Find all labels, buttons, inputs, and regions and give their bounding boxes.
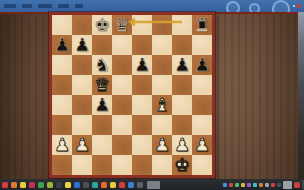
square-g2[interactable]: ♟	[172, 135, 192, 155]
piece-black-pawn[interactable]: ♟	[52, 35, 72, 55]
piece-black-pawn[interactable]: ♟	[192, 55, 212, 75]
square-e1[interactable]	[132, 155, 152, 175]
app-icon-7[interactable]	[56, 182, 62, 188]
piece-white-king[interactable]: ♚	[172, 155, 192, 175]
square-a3[interactable]	[52, 115, 72, 135]
tray-icon-8[interactable]	[265, 183, 269, 187]
app-icon-2[interactable]	[11, 182, 17, 188]
notification-dot-icon[interactable]	[297, 4, 301, 8]
square-f3[interactable]	[152, 115, 172, 135]
page-edge-strip	[298, 12, 304, 179]
tray-icon-1[interactable]	[223, 183, 227, 187]
app-icon-9[interactable]	[74, 182, 80, 188]
square-a6[interactable]	[52, 55, 72, 75]
square-c3[interactable]	[92, 115, 112, 135]
square-f8[interactable]	[152, 15, 172, 35]
square-f6[interactable]	[152, 55, 172, 75]
piece-white-pawn[interactable]: ♟	[172, 135, 192, 155]
app-icon-12[interactable]	[101, 182, 107, 188]
square-h4[interactable]	[192, 95, 212, 115]
square-e3[interactable]	[132, 115, 152, 135]
square-d2[interactable]	[112, 135, 132, 155]
square-f4[interactable]: ♝	[152, 95, 172, 115]
square-e5[interactable]	[132, 75, 152, 95]
square-h8[interactable]: ♜	[192, 15, 212, 35]
piece-black-pawn[interactable]: ♟	[132, 55, 152, 75]
square-c4[interactable]: ♟	[92, 95, 112, 115]
square-f5[interactable]	[152, 75, 172, 95]
square-g1[interactable]: ♚	[172, 155, 192, 175]
square-e7[interactable]	[132, 35, 152, 55]
piece-black-rook[interactable]: ♜	[192, 15, 212, 35]
square-g6[interactable]: ♟	[172, 55, 192, 75]
app-icon-10[interactable]	[83, 182, 89, 188]
tray-red-icon[interactable]	[294, 182, 300, 188]
tray-icon-10[interactable]	[277, 183, 281, 187]
app-icon-13[interactable]	[110, 182, 116, 188]
tray-icon-4[interactable]	[241, 183, 245, 187]
board-grid: ♚♛♜♟♟♞♟♟♟♛♟♝♟♟♟♟♟♚	[52, 15, 212, 175]
piece-white-bishop[interactable]: ♝	[152, 95, 172, 115]
square-a2[interactable]: ♟	[52, 135, 72, 155]
square-h5[interactable]	[192, 75, 212, 95]
screenshot-root: ♚♛♜♟♟♞♟♟♟♛♟♝♟♟♟♟♟♚	[0, 0, 304, 190]
square-b6[interactable]	[72, 55, 92, 75]
square-g8[interactable]	[172, 15, 192, 35]
system-tray	[223, 183, 281, 187]
app-icon-8[interactable]	[65, 182, 71, 188]
tray-icon-9[interactable]	[271, 183, 275, 187]
piece-black-knight[interactable]: ♞	[92, 55, 112, 75]
square-g5[interactable]	[172, 75, 192, 95]
app-icon-16[interactable]	[137, 182, 143, 188]
app-icon-11[interactable]	[92, 182, 98, 188]
square-f7[interactable]	[152, 35, 172, 55]
app-icon-3[interactable]	[20, 182, 26, 188]
square-h1[interactable]	[192, 155, 212, 175]
show-desktop-button[interactable]	[302, 180, 304, 189]
square-f1[interactable]	[152, 155, 172, 175]
square-b5[interactable]	[72, 75, 92, 95]
square-d4[interactable]	[112, 95, 132, 115]
piece-black-pawn[interactable]: ♟	[92, 95, 112, 115]
browser-top-bar	[0, 0, 304, 12]
square-b7[interactable]: ♟	[72, 35, 92, 55]
square-c8[interactable]: ♚	[92, 15, 112, 35]
square-b3[interactable]	[72, 115, 92, 135]
square-d5[interactable]	[112, 75, 132, 95]
browser-menu	[4, 4, 83, 8]
piece-black-queen[interactable]: ♛	[112, 15, 132, 35]
app-icon-1[interactable]	[2, 182, 8, 188]
tray-icon-5[interactable]	[247, 183, 251, 187]
square-g4[interactable]	[172, 95, 192, 115]
piece-white-pawn[interactable]: ♟	[152, 135, 172, 155]
header-graphic-circle-3	[272, 0, 290, 12]
tray-icon-6[interactable]	[253, 183, 257, 187]
square-e8[interactable]	[132, 15, 152, 35]
window-preview-tile[interactable]	[147, 181, 160, 189]
menu-item-1[interactable]	[4, 4, 16, 8]
square-c1[interactable]	[92, 155, 112, 175]
square-b4[interactable]	[72, 95, 92, 115]
piece-white-pawn[interactable]: ♟	[192, 135, 212, 155]
square-e6[interactable]: ♟	[132, 55, 152, 75]
square-a4[interactable]	[52, 95, 72, 115]
piece-black-pawn[interactable]: ♟	[72, 35, 92, 55]
tray-icon-3[interactable]	[235, 183, 239, 187]
square-c2[interactable]	[92, 135, 112, 155]
piece-white-queen[interactable]: ♛	[92, 75, 112, 95]
square-b2[interactable]: ♟	[72, 135, 92, 155]
app-icon-4[interactable]	[29, 182, 35, 188]
square-h6[interactable]: ♟	[192, 55, 212, 75]
square-b1[interactable]	[72, 155, 92, 175]
square-d3[interactable]	[112, 115, 132, 135]
square-f2[interactable]: ♟	[152, 135, 172, 155]
square-g7[interactable]	[172, 35, 192, 55]
square-g3[interactable]	[172, 115, 192, 135]
header-graphic-circle-2	[249, 3, 260, 12]
piece-white-pawn[interactable]: ♟	[52, 135, 72, 155]
menu-item-3[interactable]	[38, 4, 52, 8]
menu-item-5[interactable]	[75, 4, 83, 8]
app-icon-14[interactable]	[119, 182, 125, 188]
square-d6[interactable]	[112, 55, 132, 75]
square-c7[interactable]	[92, 35, 112, 55]
square-h3[interactable]	[192, 115, 212, 135]
square-e4[interactable]	[132, 95, 152, 115]
square-d8[interactable]: ♛	[112, 15, 132, 35]
menu-item-2[interactable]	[22, 4, 32, 8]
square-a8[interactable]	[52, 15, 72, 35]
square-a7[interactable]: ♟	[52, 35, 72, 55]
square-c6[interactable]: ♞	[92, 55, 112, 75]
square-c5[interactable]: ♛	[92, 75, 112, 95]
windows-taskbar	[0, 179, 304, 190]
tray-icon-7[interactable]	[259, 183, 263, 187]
square-a5[interactable]	[52, 75, 72, 95]
taskbar-app-icons	[2, 182, 143, 188]
square-h2[interactable]: ♟	[192, 135, 212, 155]
app-icon-6[interactable]	[47, 182, 53, 188]
chess-board[interactable]: ♚♛♜♟♟♞♟♟♟♛♟♝♟♟♟♟♟♚	[49, 12, 215, 178]
piece-black-king[interactable]: ♚	[92, 15, 112, 35]
piece-black-pawn[interactable]: ♟	[172, 55, 192, 75]
square-d1[interactable]	[112, 155, 132, 175]
square-d7[interactable]	[112, 35, 132, 55]
square-a1[interactable]	[52, 155, 72, 175]
tray-panel[interactable]	[283, 181, 292, 189]
menu-item-4[interactable]	[58, 4, 69, 8]
square-h7[interactable]	[192, 35, 212, 55]
square-e2[interactable]	[132, 135, 152, 155]
square-b8[interactable]	[72, 15, 92, 35]
app-icon-15[interactable]	[128, 182, 134, 188]
app-icon-5[interactable]	[38, 182, 44, 188]
piece-white-pawn[interactable]: ♟	[72, 135, 92, 155]
tray-icon-2[interactable]	[229, 183, 233, 187]
status-dot-icon	[293, 5, 295, 7]
header-graphic-circle-1	[226, 1, 240, 12]
